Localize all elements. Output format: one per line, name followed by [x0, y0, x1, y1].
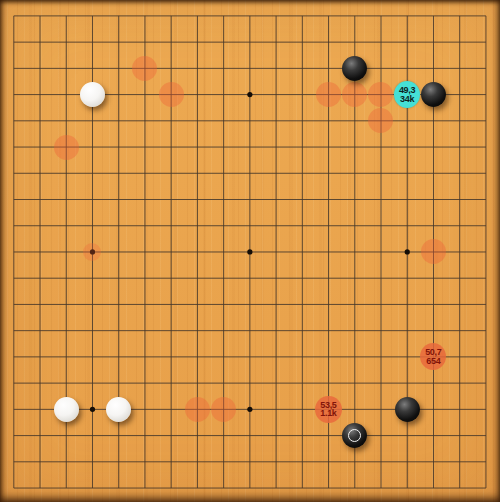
black-stone[interactable]	[395, 397, 420, 422]
heat-candidate[interactable]	[132, 56, 157, 81]
white-stone[interactable]	[106, 397, 131, 422]
visits-label: 1.1k	[320, 409, 336, 418]
visits-label: 654	[426, 357, 440, 366]
black-stone[interactable]	[421, 82, 446, 107]
last-move-marker	[348, 429, 361, 442]
candidate-move[interactable]: 53,51.1k	[315, 396, 341, 423]
candidate-move[interactable]: 50,7654	[420, 343, 446, 370]
heat-candidate[interactable]	[159, 82, 184, 107]
white-stone[interactable]	[80, 82, 105, 107]
white-stone[interactable]	[54, 397, 79, 422]
stones-layer: 49,334k50,765453,51.1k	[1, 3, 499, 501]
heat-candidate-faint[interactable]	[83, 243, 101, 261]
heat-candidate[interactable]	[368, 108, 393, 133]
heat-candidate[interactable]	[421, 239, 446, 264]
heat-candidate[interactable]	[185, 397, 210, 422]
heat-candidate[interactable]	[211, 397, 236, 422]
heat-candidate[interactable]	[368, 82, 393, 107]
heat-candidate[interactable]	[54, 135, 79, 160]
heat-candidate[interactable]	[316, 82, 341, 107]
black-stone[interactable]	[342, 56, 367, 81]
black-stone[interactable]	[342, 423, 367, 448]
go-board[interactable]: 49,334k50,765453,51.1k	[0, 0, 500, 502]
heat-candidate[interactable]	[342, 82, 367, 107]
visits-label: 34k	[400, 95, 414, 104]
best-move-suggestion[interactable]: 49,334k	[394, 81, 420, 108]
